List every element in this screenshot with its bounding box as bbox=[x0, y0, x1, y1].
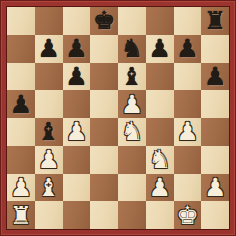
square-d1[interactable] bbox=[90, 201, 118, 229]
square-d6[interactable] bbox=[90, 63, 118, 91]
white-bishop-b2[interactable]: ♝ bbox=[37, 174, 59, 201]
square-b1[interactable] bbox=[35, 201, 63, 229]
black-pawn-c6[interactable]: ♟ bbox=[65, 63, 87, 90]
white-pawn-h2[interactable]: ♟ bbox=[204, 174, 226, 201]
square-e4[interactable]: ♞ bbox=[118, 118, 146, 146]
square-b2[interactable]: ♝ bbox=[35, 174, 63, 202]
square-g4[interactable]: ♟ bbox=[174, 118, 202, 146]
square-h5[interactable] bbox=[201, 90, 229, 118]
black-bishop-b4[interactable]: ♝ bbox=[37, 118, 59, 145]
square-e7[interactable]: ♞ bbox=[118, 35, 146, 63]
black-pawn-h6[interactable]: ♟ bbox=[204, 63, 226, 90]
square-e3[interactable] bbox=[118, 146, 146, 174]
square-e6[interactable]: ♝ bbox=[118, 63, 146, 91]
square-b7[interactable]: ♟ bbox=[35, 35, 63, 63]
square-h8[interactable]: ♜ bbox=[201, 7, 229, 35]
square-g5[interactable] bbox=[174, 90, 202, 118]
square-h2[interactable]: ♟ bbox=[201, 174, 229, 202]
square-d3[interactable] bbox=[90, 146, 118, 174]
square-c6[interactable]: ♟ bbox=[63, 63, 91, 91]
square-d5[interactable] bbox=[90, 90, 118, 118]
square-f3[interactable]: ♞ bbox=[146, 146, 174, 174]
square-h4[interactable] bbox=[201, 118, 229, 146]
square-a3[interactable] bbox=[7, 146, 35, 174]
white-rook-a1[interactable]: ♜ bbox=[10, 202, 32, 229]
white-king-g1[interactable]: ♚ bbox=[176, 202, 198, 229]
white-pawn-b3[interactable]: ♟ bbox=[37, 146, 59, 173]
white-knight-f3[interactable]: ♞ bbox=[148, 146, 170, 173]
black-pawn-c7[interactable]: ♟ bbox=[65, 35, 87, 62]
square-c7[interactable]: ♟ bbox=[63, 35, 91, 63]
square-f1[interactable] bbox=[146, 201, 174, 229]
white-pawn-f2[interactable]: ♟ bbox=[148, 174, 170, 201]
square-f2[interactable]: ♟ bbox=[146, 174, 174, 202]
square-d8[interactable]: ♚ bbox=[90, 7, 118, 35]
square-g7[interactable]: ♟ bbox=[174, 35, 202, 63]
square-a5[interactable]: ♟ bbox=[7, 90, 35, 118]
square-e8[interactable] bbox=[118, 7, 146, 35]
white-pawn-g4[interactable]: ♟ bbox=[176, 118, 198, 145]
black-king-d8[interactable]: ♚ bbox=[93, 7, 115, 34]
square-h1[interactable] bbox=[201, 201, 229, 229]
square-c8[interactable] bbox=[63, 7, 91, 35]
square-d4[interactable] bbox=[90, 118, 118, 146]
square-d7[interactable] bbox=[90, 35, 118, 63]
chess-board: ♚♜♟♟♞♟♟♟♝♟♟♟♝♟♞♟♟♞♟♝♟♟♜♚ bbox=[7, 7, 229, 229]
square-f5[interactable] bbox=[146, 90, 174, 118]
square-b3[interactable]: ♟ bbox=[35, 146, 63, 174]
black-rook-h8[interactable]: ♜ bbox=[204, 7, 226, 34]
square-c3[interactable] bbox=[63, 146, 91, 174]
square-e2[interactable] bbox=[118, 174, 146, 202]
square-c1[interactable] bbox=[63, 201, 91, 229]
black-pawn-b7[interactable]: ♟ bbox=[37, 35, 59, 62]
square-h6[interactable]: ♟ bbox=[201, 63, 229, 91]
white-pawn-a2[interactable]: ♟ bbox=[10, 174, 32, 201]
square-c5[interactable] bbox=[63, 90, 91, 118]
black-knight-e7[interactable]: ♞ bbox=[121, 35, 143, 62]
square-e1[interactable] bbox=[118, 201, 146, 229]
square-g2[interactable] bbox=[174, 174, 202, 202]
square-h3[interactable] bbox=[201, 146, 229, 174]
white-knight-e4[interactable]: ♞ bbox=[121, 118, 143, 145]
square-f8[interactable] bbox=[146, 7, 174, 35]
square-f7[interactable]: ♟ bbox=[146, 35, 174, 63]
chess-board-frame: ♚♜♟♟♞♟♟♟♝♟♟♟♝♟♞♟♟♞♟♝♟♟♜♚ bbox=[0, 0, 236, 236]
square-b6[interactable] bbox=[35, 63, 63, 91]
square-b5[interactable] bbox=[35, 90, 63, 118]
square-b4[interactable]: ♝ bbox=[35, 118, 63, 146]
square-g8[interactable] bbox=[174, 7, 202, 35]
square-a4[interactable] bbox=[7, 118, 35, 146]
square-d2[interactable] bbox=[90, 174, 118, 202]
white-pawn-e5[interactable]: ♟ bbox=[121, 91, 143, 118]
square-g1[interactable]: ♚ bbox=[174, 201, 202, 229]
square-c4[interactable]: ♟ bbox=[63, 118, 91, 146]
black-pawn-g7[interactable]: ♟ bbox=[176, 35, 198, 62]
square-b8[interactable] bbox=[35, 7, 63, 35]
square-a8[interactable] bbox=[7, 7, 35, 35]
square-a2[interactable]: ♟ bbox=[7, 174, 35, 202]
square-g6[interactable] bbox=[174, 63, 202, 91]
black-bishop-e6[interactable]: ♝ bbox=[121, 63, 143, 90]
square-a7[interactable] bbox=[7, 35, 35, 63]
square-a6[interactable] bbox=[7, 63, 35, 91]
square-a1[interactable]: ♜ bbox=[7, 201, 35, 229]
square-f4[interactable] bbox=[146, 118, 174, 146]
square-f6[interactable] bbox=[146, 63, 174, 91]
square-c2[interactable] bbox=[63, 174, 91, 202]
square-h7[interactable] bbox=[201, 35, 229, 63]
square-g3[interactable] bbox=[174, 146, 202, 174]
square-e5[interactable]: ♟ bbox=[118, 90, 146, 118]
black-pawn-a5[interactable]: ♟ bbox=[10, 91, 32, 118]
white-pawn-c4[interactable]: ♟ bbox=[65, 118, 87, 145]
black-pawn-f7[interactable]: ♟ bbox=[148, 35, 170, 62]
